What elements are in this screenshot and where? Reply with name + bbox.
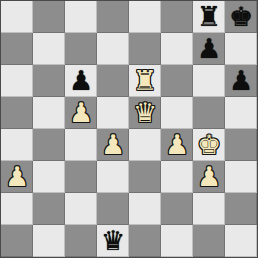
white-pawn-piece[interactable]: ♟: [101, 129, 125, 161]
square-g4[interactable]: ♚: [193, 129, 225, 161]
square-d7[interactable]: [97, 33, 129, 65]
square-h4[interactable]: [225, 129, 257, 161]
square-a8[interactable]: [1, 1, 33, 33]
square-f4[interactable]: ♟: [161, 129, 193, 161]
square-f8[interactable]: [161, 1, 193, 33]
square-g5[interactable]: [193, 97, 225, 129]
square-a6[interactable]: [1, 65, 33, 97]
square-f1[interactable]: [161, 225, 193, 257]
square-b5[interactable]: [33, 97, 65, 129]
white-pawn-piece[interactable]: ♟: [165, 129, 189, 161]
chess-board: ♜♚♟♟♜♟♟♛♟♟♚♟♟♛: [0, 0, 258, 258]
square-a1[interactable]: [1, 225, 33, 257]
square-d4[interactable]: ♟: [97, 129, 129, 161]
square-d1[interactable]: ♛: [97, 225, 129, 257]
square-b2[interactable]: [33, 193, 65, 225]
square-b1[interactable]: [33, 225, 65, 257]
square-g7[interactable]: ♟: [193, 33, 225, 65]
square-b7[interactable]: [33, 33, 65, 65]
square-a5[interactable]: [1, 97, 33, 129]
black-pawn-piece[interactable]: ♟: [229, 65, 253, 97]
square-c8[interactable]: [65, 1, 97, 33]
square-e2[interactable]: [129, 193, 161, 225]
square-d6[interactable]: [97, 65, 129, 97]
square-h2[interactable]: [225, 193, 257, 225]
black-rook-piece[interactable]: ♜: [197, 1, 221, 33]
square-a7[interactable]: [1, 33, 33, 65]
black-pawn-piece[interactable]: ♟: [197, 33, 221, 65]
white-pawn-piece[interactable]: ♟: [197, 161, 221, 193]
white-rook-piece[interactable]: ♜: [133, 65, 157, 97]
square-b8[interactable]: [33, 1, 65, 33]
square-e6[interactable]: ♜: [129, 65, 161, 97]
square-f5[interactable]: [161, 97, 193, 129]
square-c6[interactable]: ♟: [65, 65, 97, 97]
square-e8[interactable]: [129, 1, 161, 33]
square-e7[interactable]: [129, 33, 161, 65]
white-king-piece[interactable]: ♚: [197, 129, 221, 161]
square-e1[interactable]: [129, 225, 161, 257]
square-h5[interactable]: [225, 97, 257, 129]
square-g6[interactable]: [193, 65, 225, 97]
square-c7[interactable]: [65, 33, 97, 65]
square-g8[interactable]: ♜: [193, 1, 225, 33]
square-g1[interactable]: [193, 225, 225, 257]
square-c5[interactable]: ♟: [65, 97, 97, 129]
square-h1[interactable]: [225, 225, 257, 257]
square-h8[interactable]: ♚: [225, 1, 257, 33]
square-h7[interactable]: [225, 33, 257, 65]
black-queen-piece[interactable]: ♛: [101, 225, 125, 257]
square-c1[interactable]: [65, 225, 97, 257]
white-pawn-piece[interactable]: ♟: [69, 97, 93, 129]
square-c3[interactable]: [65, 161, 97, 193]
square-b4[interactable]: [33, 129, 65, 161]
square-g3[interactable]: ♟: [193, 161, 225, 193]
square-a4[interactable]: [1, 129, 33, 161]
square-e3[interactable]: [129, 161, 161, 193]
square-d5[interactable]: [97, 97, 129, 129]
square-f6[interactable]: [161, 65, 193, 97]
white-queen-piece[interactable]: ♛: [133, 97, 157, 129]
square-d2[interactable]: [97, 193, 129, 225]
square-a3[interactable]: ♟: [1, 161, 33, 193]
square-e5[interactable]: ♛: [129, 97, 161, 129]
square-c4[interactable]: [65, 129, 97, 161]
square-g2[interactable]: [193, 193, 225, 225]
square-f2[interactable]: [161, 193, 193, 225]
black-king-piece[interactable]: ♚: [229, 1, 253, 33]
square-b6[interactable]: [33, 65, 65, 97]
square-h3[interactable]: [225, 161, 257, 193]
square-f3[interactable]: [161, 161, 193, 193]
square-e4[interactable]: [129, 129, 161, 161]
white-pawn-piece[interactable]: ♟: [5, 161, 29, 193]
square-a2[interactable]: [1, 193, 33, 225]
square-d3[interactable]: [97, 161, 129, 193]
black-pawn-piece[interactable]: ♟: [69, 65, 93, 97]
square-h6[interactable]: ♟: [225, 65, 257, 97]
square-d8[interactable]: [97, 1, 129, 33]
square-b3[interactable]: [33, 161, 65, 193]
square-c2[interactable]: [65, 193, 97, 225]
chessboard-container: ♜♚♟♟♜♟♟♛♟♟♚♟♟♛: [0, 0, 258, 258]
square-f7[interactable]: [161, 33, 193, 65]
